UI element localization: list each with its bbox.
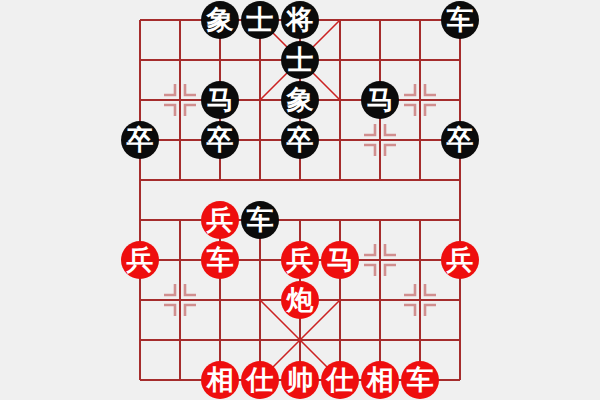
red-soldier-piece[interactable]: 兵: [201, 201, 239, 239]
red-general-piece[interactable]: 帅: [281, 361, 319, 399]
xiangqi-app: 象士将车士马象马卒卒卒卒兵车兵车兵马兵炮相仕帅仕相车: [0, 0, 600, 400]
red-soldier-piece[interactable]: 兵: [121, 241, 159, 279]
black-horse-piece[interactable]: 马: [201, 81, 239, 119]
black-soldier-piece[interactable]: 卒: [121, 121, 159, 159]
black-elephant-piece[interactable]: 象: [201, 1, 239, 39]
black-chariot-piece[interactable]: 车: [441, 1, 479, 39]
red-chariot-piece[interactable]: 车: [401, 361, 439, 399]
black-soldier-piece[interactable]: 卒: [281, 121, 319, 159]
black-chariot-piece[interactable]: 车: [241, 201, 279, 239]
black-soldier-piece[interactable]: 卒: [441, 121, 479, 159]
red-horse-piece[interactable]: 马: [321, 241, 359, 279]
black-elephant-piece[interactable]: 象: [281, 81, 319, 119]
red-elephant-piece[interactable]: 相: [361, 361, 399, 399]
xiangqi-board: 象士将车士马象马卒卒卒卒兵车兵车兵马兵炮相仕帅仕相车: [120, 0, 480, 400]
black-horse-piece[interactable]: 马: [361, 81, 399, 119]
red-chariot-piece[interactable]: 车: [201, 241, 239, 279]
black-advisor-piece[interactable]: 士: [281, 41, 319, 79]
red-elephant-piece[interactable]: 相: [201, 361, 239, 399]
black-soldier-piece[interactable]: 卒: [201, 121, 239, 159]
red-advisor-piece[interactable]: 仕: [241, 361, 279, 399]
red-soldier-piece[interactable]: 兵: [441, 241, 479, 279]
red-cannon-piece[interactable]: 炮: [281, 281, 319, 319]
black-general-piece[interactable]: 将: [281, 1, 319, 39]
red-soldier-piece[interactable]: 兵: [281, 241, 319, 279]
black-advisor-piece[interactable]: 士: [241, 1, 279, 39]
red-advisor-piece[interactable]: 仕: [321, 361, 359, 399]
